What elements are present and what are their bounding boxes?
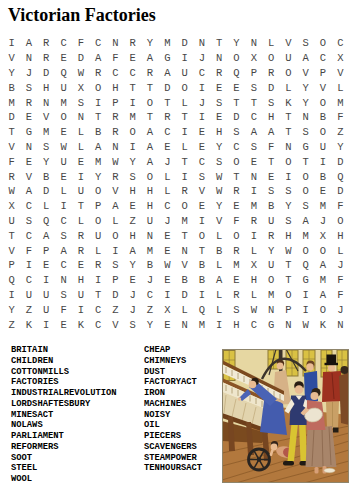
grid-cell: I	[55, 199, 72, 214]
grid-cell: S	[280, 214, 297, 229]
grid-cell: O	[314, 243, 331, 258]
grid-cell: A	[107, 199, 124, 214]
grid-cell: E	[193, 140, 210, 155]
grid-cell: U	[20, 288, 37, 303]
grid-cell: I	[211, 317, 228, 332]
grid-cell: C	[124, 66, 141, 81]
grid-cell: N	[107, 140, 124, 155]
grid-cell: I	[193, 110, 210, 125]
grid-cell: L	[211, 228, 228, 243]
grid-cell: E	[159, 317, 176, 332]
grid-cell: X	[159, 302, 176, 317]
grid-cell: E	[228, 80, 245, 95]
grid-cell: H	[107, 80, 124, 95]
word-list-item: OIL	[144, 420, 202, 431]
grid-cell: E	[193, 125, 210, 140]
grid-cell: I	[38, 273, 55, 288]
grid-cell: R	[124, 36, 141, 51]
grid-cell: N	[20, 140, 37, 155]
grid-cell: E	[211, 110, 228, 125]
grid-cell: W	[245, 302, 262, 317]
word-list-item: SCAVENGERS	[144, 442, 202, 453]
grid-cell: C	[20, 199, 37, 214]
grid-cell: L	[159, 184, 176, 199]
grid-cell: U	[141, 214, 158, 229]
grid-cell: A	[211, 273, 228, 288]
grid-cell: S	[124, 169, 141, 184]
grid-cell: I	[193, 214, 210, 229]
grid-cell: O	[107, 228, 124, 243]
grid-cell: O	[262, 273, 279, 288]
grid-cell: J	[124, 302, 141, 317]
grid-cell: Q	[38, 214, 55, 229]
grid-cell: E	[72, 154, 89, 169]
grid-cell: E	[159, 228, 176, 243]
grid-cell: V	[314, 80, 331, 95]
page-title: Victorian Factories	[8, 5, 156, 26]
grid-cell: I	[124, 95, 141, 110]
grid-cell: L	[245, 243, 262, 258]
grid-cell: M	[262, 288, 279, 303]
grid-cell: O	[297, 243, 314, 258]
grid-cell: Z	[332, 125, 349, 140]
grid-cell: M	[38, 125, 55, 140]
grid-cell: I	[107, 243, 124, 258]
grid-cell: I	[245, 228, 262, 243]
grid-cell: G	[20, 125, 37, 140]
grid-cell: L	[211, 258, 228, 273]
grid-cell: I	[245, 184, 262, 199]
grid-cell: X	[245, 258, 262, 273]
grid-cell: W	[3, 184, 20, 199]
grid-cell: F	[55, 302, 72, 317]
grid-cell: L	[89, 243, 106, 258]
grid-cell: I	[3, 36, 20, 51]
grid-cell: N	[72, 110, 89, 125]
grid-cell: E	[55, 51, 72, 66]
grid-cell: O	[176, 80, 193, 95]
grid-cell: R	[38, 51, 55, 66]
grid-cell: M	[159, 36, 176, 51]
grid-cell: F	[332, 110, 349, 125]
word-list-item: SOOT	[11, 453, 117, 464]
grid-cell: O	[141, 95, 158, 110]
grid-cell: W	[159, 258, 176, 273]
grid-cell: H	[332, 228, 349, 243]
grid-cell: A	[141, 125, 158, 140]
grid-cell: O	[176, 199, 193, 214]
grid-cell: Z	[20, 302, 37, 317]
word-list-item: COTTONMILLS	[11, 367, 117, 378]
grid-cell: H	[211, 125, 228, 140]
grid-cell: M	[245, 199, 262, 214]
grid-cell: R	[228, 243, 245, 258]
grid-cell: S	[20, 80, 37, 95]
grid-cell: I	[176, 169, 193, 184]
grid-cell: G	[297, 273, 314, 288]
grid-cell: X	[72, 80, 89, 95]
grid-cell: A	[314, 258, 331, 273]
grid-cell: T	[3, 125, 20, 140]
grid-cell: A	[124, 243, 141, 258]
grid-cell: D	[107, 288, 124, 303]
grid-cell: U	[176, 66, 193, 81]
grid-cell: E	[228, 199, 245, 214]
grid-cell: V	[38, 110, 55, 125]
grid-cell: J	[159, 154, 176, 169]
grid-cell: F	[107, 51, 124, 66]
grid-cell: B	[262, 199, 279, 214]
grid-cell: E	[20, 110, 37, 125]
grid-cell: I	[38, 317, 55, 332]
grid-cell: R	[107, 125, 124, 140]
grid-cell: O	[89, 184, 106, 199]
grid-cell: U	[3, 214, 20, 229]
grid-cell: X	[332, 51, 349, 66]
grid-cell: L	[72, 140, 89, 155]
grid-cell: B	[314, 110, 331, 125]
grid-cell: W	[280, 243, 297, 258]
grid-cell: I	[176, 51, 193, 66]
grid-cell: R	[141, 66, 158, 81]
grid-cell: S	[297, 125, 314, 140]
grid-cell: A	[141, 51, 158, 66]
grid-cell: O	[280, 288, 297, 303]
grid-cell: F	[72, 36, 89, 51]
grid-cell: T	[3, 228, 20, 243]
grid-cell: O	[228, 228, 245, 243]
grid-cell: R	[107, 110, 124, 125]
grid-cell: N	[20, 51, 37, 66]
grid-cell: L	[176, 302, 193, 317]
grid-cell: E	[55, 317, 72, 332]
grid-cell: R	[72, 228, 89, 243]
grid-cell: T	[245, 95, 262, 110]
grid-cell: P	[280, 302, 297, 317]
grid-cell: I	[72, 302, 89, 317]
grid-cell: S	[245, 140, 262, 155]
word-list-item: WOOL	[11, 474, 117, 485]
grid-cell: E	[55, 125, 72, 140]
word-list-item: CHIMNEYS	[144, 356, 202, 367]
grid-cell: T	[211, 36, 228, 51]
grid-cell: S	[211, 154, 228, 169]
grid-cell: Y	[228, 36, 245, 51]
grid-cell: O	[297, 169, 314, 184]
grid-cell: H	[245, 273, 262, 288]
grid-cell: O	[332, 214, 349, 229]
grid-cell: U	[55, 154, 72, 169]
grid-cell: L	[38, 199, 55, 214]
grid-cell: A	[297, 51, 314, 66]
grid-cell: M	[314, 199, 331, 214]
grid-cell: I	[193, 288, 210, 303]
grid-cell: M	[314, 273, 331, 288]
grid-cell: D	[38, 66, 55, 81]
grid-cell: E	[38, 258, 55, 273]
grid-cell: O	[314, 36, 331, 51]
grid-cell: R	[3, 169, 20, 184]
grid-cell: C	[314, 51, 331, 66]
grid-cell: N	[193, 36, 210, 51]
grid-cell: O	[89, 214, 106, 229]
grid-cell: Y	[141, 317, 158, 332]
grid-cell: X	[314, 228, 331, 243]
word-list-item: NOISY	[144, 410, 202, 421]
grid-cell: N	[141, 228, 158, 243]
grid-cell: C	[228, 140, 245, 155]
grid-cell: J	[332, 302, 349, 317]
grid-cell: V	[211, 214, 228, 229]
grid-cell: B	[38, 169, 55, 184]
grid-cell: I	[124, 140, 141, 155]
grid-cell: A	[20, 184, 37, 199]
grid-cell: V	[297, 66, 314, 81]
grid-cell: V	[3, 243, 20, 258]
grid-cell: T	[141, 110, 158, 125]
grid-cell: P	[314, 66, 331, 81]
word-list-item: CHEAP	[144, 345, 202, 356]
grid-cell: S	[107, 258, 124, 273]
word-list-item: REFORMERS	[11, 442, 117, 453]
grid-cell: R	[89, 66, 106, 81]
grid-cell: I	[297, 302, 314, 317]
grid-cell: N	[332, 317, 349, 332]
grid-cell: R	[262, 66, 279, 81]
grid-cell: O	[228, 51, 245, 66]
grid-cell: S	[193, 169, 210, 184]
grid-cell: C	[89, 36, 106, 51]
grid-cell: L	[332, 80, 349, 95]
grid-cell: D	[262, 80, 279, 95]
grid-cell: E	[159, 273, 176, 288]
grid-cell: M	[89, 154, 106, 169]
grid-cell: Q	[297, 258, 314, 273]
grid-cell: C	[332, 36, 349, 51]
grid-cell: B	[141, 258, 158, 273]
grid-cell: U	[262, 214, 279, 229]
grid-cell: C	[55, 258, 72, 273]
grid-cell: W	[211, 169, 228, 184]
grid-cell: V	[193, 184, 210, 199]
grid-cell: C	[55, 214, 72, 229]
grid-cell: T	[193, 243, 210, 258]
grid-cell: R	[228, 184, 245, 199]
grid-cell: H	[280, 228, 297, 243]
grid-cell: M	[193, 317, 210, 332]
grid-cell: D	[176, 36, 193, 51]
grid-cell: M	[3, 95, 20, 110]
grid-cell: U	[280, 51, 297, 66]
grid-cell: C	[141, 288, 158, 303]
grid-cell: L	[107, 214, 124, 229]
grid-cell: L	[262, 36, 279, 51]
grid-cell: S	[228, 125, 245, 140]
grid-cell: B	[193, 273, 210, 288]
grid-cell: E	[72, 258, 89, 273]
grid-cell: J	[193, 95, 210, 110]
grid-cell: A	[159, 66, 176, 81]
grid-cell: N	[55, 273, 72, 288]
grid-cell: V	[107, 184, 124, 199]
grid-cell: T	[280, 125, 297, 140]
grid-cell: T	[141, 80, 158, 95]
word-list-item: DUST	[144, 367, 202, 378]
grid-cell: A	[89, 51, 106, 66]
grid-cell: F	[20, 243, 37, 258]
grid-cell: A	[20, 36, 37, 51]
grid-cell: T	[176, 154, 193, 169]
grid-cell: S	[262, 95, 279, 110]
grid-cell: J	[193, 51, 210, 66]
grid-cell: T	[280, 110, 297, 125]
grid-cell: I	[159, 288, 176, 303]
grid-cell: A	[262, 125, 279, 140]
grid-cell: G	[262, 317, 279, 332]
grid-cell: K	[72, 317, 89, 332]
grid-cell: C	[55, 36, 72, 51]
grid-cell: X	[3, 199, 20, 214]
grid-cell: L	[55, 184, 72, 199]
grid-cell: P	[38, 243, 55, 258]
grid-cell: A	[314, 288, 331, 303]
grid-cell: Y	[332, 140, 349, 155]
grid-cell: L	[245, 288, 262, 303]
grid-cell: U	[38, 302, 55, 317]
grid-cell: D	[228, 110, 245, 125]
grid-cell: B	[314, 169, 331, 184]
grid-cell: Q	[193, 302, 210, 317]
grid-cell: L	[280, 80, 297, 95]
grid-cell: O	[262, 51, 279, 66]
grid-cell: T	[72, 199, 89, 214]
word-list-item: STEAMPOWER	[144, 453, 202, 464]
grid-cell: I	[89, 95, 106, 110]
grid-cell: V	[176, 258, 193, 273]
grid-cell: Y	[38, 154, 55, 169]
grid-cell: V	[20, 169, 37, 184]
grid-cell: C	[89, 317, 106, 332]
grid-cell: Q	[55, 66, 72, 81]
cotton-scrap	[324, 468, 335, 472]
grid-cell: U	[89, 228, 106, 243]
grid-cell: Y	[141, 36, 158, 51]
grid-cell: F	[3, 154, 20, 169]
grid-cell: S	[297, 36, 314, 51]
grid-cell: F	[332, 288, 349, 303]
grid-cell: J	[159, 214, 176, 229]
grid-cell: T	[89, 110, 106, 125]
grid-cell: P	[107, 273, 124, 288]
grid-cell: E	[228, 273, 245, 288]
grid-cell: L	[72, 125, 89, 140]
grid-cell: J	[332, 258, 349, 273]
word-list-item: TENHOURSACT	[144, 463, 202, 474]
grid-cell: C	[89, 302, 106, 317]
grid-cell: C	[20, 228, 37, 243]
word-list-item: INDUSTRIALREVOLUTION	[11, 388, 117, 399]
grid-cell: K	[280, 95, 297, 110]
grid-cell: W	[297, 317, 314, 332]
grid-cell: L	[159, 169, 176, 184]
grid-cell: H	[141, 199, 158, 214]
grid-cell: Z	[141, 302, 158, 317]
grid-cell: A	[38, 228, 55, 243]
grid-cell: H	[72, 273, 89, 288]
grid-cell: V	[3, 140, 20, 155]
grid-cell: P	[3, 258, 20, 273]
grid-cell: L	[72, 214, 89, 229]
grid-cell: H	[124, 228, 141, 243]
grid-cell: C	[159, 125, 176, 140]
grid-cell: H	[38, 80, 55, 95]
grid-cell: Z	[124, 214, 141, 229]
word-list-item: BRITAIN	[11, 345, 117, 356]
grid-cell: O	[89, 80, 106, 95]
grid-cell: N	[176, 317, 193, 332]
grid-cell: S	[211, 95, 228, 110]
grid-cell: I	[3, 288, 20, 303]
grid-cell: M	[228, 258, 245, 273]
grid-cell: W	[55, 140, 72, 155]
grid-cell: N	[280, 317, 297, 332]
grid-cell: R	[262, 228, 279, 243]
grid-cell: G	[159, 51, 176, 66]
grid-cell: Y	[89, 169, 106, 184]
word-list-item: NOLAWS	[11, 420, 117, 431]
grid-cell: L	[176, 95, 193, 110]
grid-cell: U	[38, 288, 55, 303]
grid-cell: I	[297, 288, 314, 303]
grid-cell: O	[280, 154, 297, 169]
grid-cell: I	[89, 273, 106, 288]
grid-cell: R	[159, 110, 176, 125]
grid-cell: Y	[297, 80, 314, 95]
grid-cell: N	[176, 243, 193, 258]
grid-cell: C	[193, 154, 210, 169]
grid-cell: U	[262, 258, 279, 273]
grid-cell: I	[20, 258, 37, 273]
word-list-item: PARLIAMENT	[11, 431, 117, 442]
grid-cell: Y	[211, 199, 228, 214]
grid-cell: S	[72, 95, 89, 110]
grid-cell: N	[211, 51, 228, 66]
grid-cell: T	[280, 273, 297, 288]
grid-cell: I	[280, 169, 297, 184]
grid-cell: F	[228, 214, 245, 229]
word-list-item: LORDSHAFTESBURY	[11, 399, 117, 410]
grid-cell: Y	[280, 199, 297, 214]
grid-cell: C	[245, 317, 262, 332]
word-list-item: FACTORIES	[11, 377, 117, 388]
grid-cell: B	[193, 258, 210, 273]
grid-cell: V	[3, 51, 20, 66]
grid-cell: T	[228, 95, 245, 110]
grid-cell: M	[141, 243, 158, 258]
grid-cell: R	[245, 214, 262, 229]
grid-cell: E	[124, 51, 141, 66]
grid-cell: H	[228, 317, 245, 332]
grid-cell: V	[332, 66, 349, 81]
grid-cell: A	[141, 140, 158, 155]
grid-cell: Z	[3, 317, 20, 332]
grid-cell: E	[314, 184, 331, 199]
grid-cell: N	[38, 95, 55, 110]
grid-cell: N	[280, 140, 297, 155]
grid-cell: J	[314, 214, 331, 229]
grid-cell: C	[193, 66, 210, 81]
grid-cell: Y	[297, 95, 314, 110]
